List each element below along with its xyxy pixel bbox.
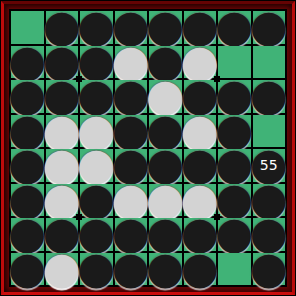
cell-f2[interactable]: ●	[184, 46, 217, 79]
cell-f7[interactable]: ●	[184, 218, 217, 251]
white-disc: ●	[115, 183, 148, 216]
black-disc: ●	[11, 79, 44, 112]
black-disc: ●	[11, 217, 44, 250]
black-disc: ●	[149, 217, 182, 250]
black-disc: ●	[218, 183, 251, 216]
white-disc: ●	[80, 148, 113, 181]
cell-h2[interactable]	[253, 46, 286, 79]
black-disc: ●	[115, 252, 148, 285]
black-disc: ●	[149, 148, 182, 181]
cell-g3[interactable]: ●	[218, 80, 251, 113]
cell-h4[interactable]	[253, 115, 286, 148]
cell-c8[interactable]: ●	[80, 253, 113, 286]
cell-g6[interactable]: ●	[218, 184, 251, 217]
cell-e2[interactable]: ●	[149, 46, 182, 79]
black-disc: ●	[11, 45, 44, 78]
cell-b5[interactable]: ●	[46, 149, 79, 182]
star-point	[214, 214, 220, 220]
cell-f6[interactable]: ●	[184, 184, 217, 217]
board-frame-bevel: ●●●●●●●●●●●●●●●●●●●●●●●●●●●●●●●●●●●●55●●…	[1, 1, 295, 295]
cell-c3[interactable]: ●	[80, 80, 113, 113]
black-disc: ●	[80, 183, 113, 216]
cell-g7[interactable]: ●	[218, 218, 251, 251]
cell-e6[interactable]: ●	[149, 184, 182, 217]
cell-g5[interactable]: ●	[218, 149, 251, 182]
black-disc: ●	[80, 10, 113, 43]
cell-a3[interactable]: ●	[11, 80, 44, 113]
black-disc: ●	[115, 10, 148, 43]
cell-d7[interactable]: ●	[115, 218, 148, 251]
board-border-line: ●●●●●●●●●●●●●●●●●●●●●●●●●●●●●●●●●●●●55●●…	[9, 9, 287, 287]
black-disc: ●	[149, 252, 182, 285]
cell-a5[interactable]: ●	[11, 149, 44, 182]
cell-d5[interactable]: ●	[115, 149, 148, 182]
black-disc: ●	[11, 252, 44, 285]
black-disc: ●	[184, 10, 217, 43]
white-disc: ●	[80, 114, 113, 147]
black-disc: ●	[46, 45, 79, 78]
black-disc: ●	[218, 10, 251, 43]
black-disc: ●	[80, 79, 113, 112]
cell-d8[interactable]: ●	[115, 253, 148, 286]
cell-f1[interactable]: ●	[184, 11, 217, 44]
black-disc: ●	[149, 10, 182, 43]
black-disc: ●	[253, 252, 286, 285]
cell-e4[interactable]: ●	[149, 115, 182, 148]
black-disc: ●	[115, 217, 148, 250]
cell-b4[interactable]: ●	[46, 115, 79, 148]
cell-g4[interactable]: ●	[218, 115, 251, 148]
cell-c5[interactable]: ●	[80, 149, 113, 182]
cell-a8[interactable]: ●	[11, 253, 44, 286]
cell-h6[interactable]: ●	[253, 184, 286, 217]
cell-c1[interactable]: ●	[80, 11, 113, 44]
cell-b2[interactable]: ●	[46, 46, 79, 79]
board-frame-outline: ●●●●●●●●●●●●●●●●●●●●●●●●●●●●●●●●●●●●55●●…	[0, 0, 296, 296]
black-disc: ●	[115, 79, 148, 112]
cell-d4[interactable]: ●	[115, 115, 148, 148]
cell-c7[interactable]: ●	[80, 218, 113, 251]
black-disc: ●	[80, 45, 113, 78]
cell-f5[interactable]: ●	[184, 149, 217, 182]
white-disc: ●	[184, 114, 217, 147]
cell-b8[interactable]: ●	[46, 253, 79, 286]
cell-b7[interactable]: ●	[46, 218, 79, 251]
black-disc: ●	[218, 217, 251, 250]
cell-e8[interactable]: ●	[149, 253, 182, 286]
star-point	[214, 76, 220, 82]
black-disc: ●	[80, 252, 113, 285]
black-disc: ●	[46, 10, 79, 43]
cell-h7[interactable]: ●	[253, 218, 286, 251]
cell-h8[interactable]: ●	[253, 253, 286, 286]
board: ●●●●●●●●●●●●●●●●●●●●●●●●●●●●●●●●●●●●55●●…	[11, 11, 285, 285]
cell-a1[interactable]	[11, 11, 44, 44]
cell-d3[interactable]: ●	[115, 80, 148, 113]
black-disc: ●	[149, 114, 182, 147]
black-disc: ●	[218, 148, 251, 181]
black-disc: ●	[253, 217, 286, 250]
white-disc: ●	[46, 183, 79, 216]
cell-f3[interactable]: ●	[184, 80, 217, 113]
board-frame: ●●●●●●●●●●●●●●●●●●●●●●●●●●●●●●●●●●●●55●●…	[4, 4, 292, 292]
black-disc: ●	[253, 79, 286, 112]
cell-a4[interactable]: ●	[11, 115, 44, 148]
cell-d6[interactable]: ●	[115, 184, 148, 217]
black-disc: ●	[253, 183, 286, 216]
black-disc: ●	[115, 148, 148, 181]
black-disc: ●	[46, 79, 79, 112]
black-disc: ●	[184, 148, 217, 181]
last-move-number: 55	[260, 158, 278, 172]
black-disc: ●	[149, 45, 182, 78]
white-disc: ●	[46, 252, 79, 285]
cell-b3[interactable]: ●	[46, 80, 79, 113]
black-disc: ●	[184, 252, 217, 285]
black-disc: ●	[46, 217, 79, 250]
cell-d2[interactable]: ●	[115, 46, 148, 79]
white-disc: ●	[46, 114, 79, 147]
cell-f4[interactable]: ●	[184, 115, 217, 148]
black-disc: ●	[11, 183, 44, 216]
cell-f8[interactable]: ●	[184, 253, 217, 286]
cell-g8[interactable]	[218, 253, 251, 286]
black-disc: ●	[184, 79, 217, 112]
black-disc: ●	[11, 114, 44, 147]
cell-c2[interactable]: ●	[80, 46, 113, 79]
white-disc: ●	[149, 79, 182, 112]
cell-c6[interactable]: ●	[80, 184, 113, 217]
cell-b1[interactable]: ●	[46, 11, 79, 44]
white-disc: ●	[149, 183, 182, 216]
cell-g1[interactable]: ●	[218, 11, 251, 44]
cell-a7[interactable]: ●	[11, 218, 44, 251]
cell-b6[interactable]: ●	[46, 184, 79, 217]
cell-e7[interactable]: ●	[149, 218, 182, 251]
cell-g2[interactable]	[218, 46, 251, 79]
black-disc: ●	[115, 114, 148, 147]
cell-h1[interactable]: ●	[253, 11, 286, 44]
black-disc: ●	[11, 148, 44, 181]
cell-e1[interactable]: ●	[149, 11, 182, 44]
cell-a2[interactable]: ●	[11, 46, 44, 79]
board-area: ●●●●●●●●●●●●●●●●●●●●●●●●●●●●●●●●●●●●55●●…	[11, 11, 285, 285]
black-disc: ●	[218, 79, 251, 112]
star-point	[76, 76, 82, 82]
cell-h3[interactable]: ●	[253, 80, 286, 113]
white-disc: ●	[115, 45, 148, 78]
cell-e5[interactable]: ●	[149, 149, 182, 182]
black-disc: ●	[218, 114, 251, 147]
white-disc: ●	[184, 45, 217, 78]
star-point	[76, 214, 82, 220]
black-disc: ●	[80, 217, 113, 250]
cell-e3[interactable]: ●	[149, 80, 182, 113]
white-disc: ●	[46, 148, 79, 181]
black-disc: ●	[253, 10, 286, 43]
white-disc: ●	[184, 183, 217, 216]
cell-d1[interactable]: ●	[115, 11, 148, 44]
cell-h5[interactable]: ●55	[253, 149, 286, 182]
cell-a6[interactable]: ●	[11, 184, 44, 217]
black-disc: ●	[184, 217, 217, 250]
cell-c4[interactable]: ●	[80, 115, 113, 148]
